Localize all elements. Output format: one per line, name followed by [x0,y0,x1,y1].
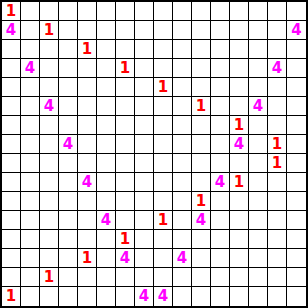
cell-r10c1[interactable] [21,192,40,211]
cell-r3c10[interactable] [192,59,211,78]
cell-r12c4[interactable] [78,230,97,249]
cell-r12c13[interactable] [249,230,268,249]
clue-1: 1 [44,269,54,284]
cell-r5c1[interactable] [21,97,40,116]
cell-r13c1[interactable] [21,249,40,268]
cell-r14c2[interactable]: 1 [40,268,59,287]
cell-r12c6[interactable]: 1 [116,230,135,249]
cell-r10c8[interactable] [154,192,173,211]
cell-r2c6[interactable] [116,40,135,59]
cell-r2c2[interactable] [40,40,59,59]
clue-4: 4 [6,22,16,37]
cell-r7c5[interactable] [97,135,116,154]
cell-r2c13[interactable] [249,40,268,59]
cell-r7c7[interactable] [135,135,154,154]
cell-r11c11[interactable] [211,211,230,230]
cell-r10c4[interactable] [78,192,97,211]
cell-r2c1[interactable] [21,40,40,59]
cell-r7c13[interactable] [249,135,268,154]
cell-r8c0[interactable] [2,154,21,173]
cell-r8c3[interactable] [59,154,78,173]
cell-r10c10[interactable]: 1 [192,192,211,211]
cell-r12c0[interactable] [2,230,21,249]
cell-r6c1[interactable] [21,116,40,135]
clue-1: 1 [6,289,16,304]
cell-r15c14[interactable] [268,287,287,306]
cell-r5c8[interactable] [154,97,173,116]
cell-r9c13[interactable] [249,173,268,192]
cell-r8c14[interactable]: 1 [268,154,287,173]
cell-r9c8[interactable] [154,173,173,192]
cell-r2c8[interactable] [154,40,173,59]
cell-r10c0[interactable] [2,192,21,211]
cell-r14c10[interactable] [192,268,211,287]
clue-4: 4 [272,60,282,75]
cell-r11c6[interactable] [116,211,135,230]
cell-r9c10[interactable] [192,173,211,192]
cell-r4c3[interactable] [59,78,78,97]
cell-r14c7[interactable] [135,268,154,287]
cell-r6c9[interactable] [173,116,192,135]
cell-r1c6[interactable] [116,21,135,40]
clue-4: 4 [82,174,92,189]
clue-1: 1 [158,212,168,227]
cell-r9c11[interactable]: 4 [211,173,230,192]
cell-r7c1[interactable] [21,135,40,154]
cell-r4c8[interactable]: 1 [154,78,173,97]
cell-r10c13[interactable] [249,192,268,211]
cell-r13c0[interactable] [2,249,21,268]
cell-r4c13[interactable] [249,78,268,97]
cell-r5c0[interactable] [2,97,21,116]
cell-r5c2[interactable]: 4 [40,97,59,116]
cell-r13c15[interactable] [287,249,306,268]
cell-r6c0[interactable] [2,116,21,135]
clue-1: 1 [272,136,282,151]
cell-r3c4[interactable] [78,59,97,78]
cell-r6c3[interactable] [59,116,78,135]
cell-r15c8[interactable]: 4 [154,287,173,306]
cell-r11c14[interactable] [268,211,287,230]
cell-r12c8[interactable] [154,230,173,249]
cell-r15c2[interactable] [40,287,59,306]
cell-r3c9[interactable] [173,59,192,78]
cell-r4c0[interactable] [2,78,21,97]
cell-r12c14[interactable] [268,230,287,249]
cell-r3c7[interactable] [135,59,154,78]
cell-r1c10[interactable] [192,21,211,40]
clue-4: 4 [139,289,149,304]
cell-r9c0[interactable] [2,173,21,192]
cell-r4c2[interactable] [40,78,59,97]
cell-r5c5[interactable] [97,97,116,116]
cell-r10c2[interactable] [40,192,59,211]
cell-r7c2[interactable] [40,135,59,154]
cell-r7c15[interactable] [287,135,306,154]
cell-r8c12[interactable] [230,154,249,173]
cell-r13c10[interactable] [192,249,211,268]
cell-r6c7[interactable] [135,116,154,135]
cell-r11c9[interactable] [173,211,192,230]
cell-r5c4[interactable] [78,97,97,116]
cell-r5c3[interactable] [59,97,78,116]
cell-r13c13[interactable] [249,249,268,268]
cell-r3c14[interactable]: 4 [268,59,287,78]
cell-r15c11[interactable] [211,287,230,306]
cell-r4c14[interactable] [268,78,287,97]
cell-r14c4[interactable] [78,268,97,287]
cell-r12c12[interactable] [230,230,249,249]
cell-r14c5[interactable] [97,268,116,287]
cell-r10c6[interactable] [116,192,135,211]
cell-r5c13[interactable]: 4 [249,97,268,116]
cell-r0c7[interactable] [135,2,154,21]
cell-r12c11[interactable] [211,230,230,249]
cell-r12c9[interactable] [173,230,192,249]
cell-r3c12[interactable] [230,59,249,78]
clue-4: 4 [177,250,187,265]
cell-r4c6[interactable] [116,78,135,97]
cell-r6c13[interactable] [249,116,268,135]
clue-1: 1 [6,3,16,18]
cell-r5c11[interactable] [211,97,230,116]
cell-r15c7[interactable]: 4 [135,287,154,306]
cell-r11c3[interactable] [59,211,78,230]
cell-r6c10[interactable] [192,116,211,135]
cell-r5c15[interactable] [287,97,306,116]
cell-r3c1[interactable]: 4 [21,59,40,78]
cell-r11c8[interactable]: 1 [154,211,173,230]
cell-r13c2[interactable] [40,249,59,268]
cell-r10c3[interactable] [59,192,78,211]
cell-r1c8[interactable] [154,21,173,40]
cell-r14c9[interactable] [173,268,192,287]
cell-r6c6[interactable] [116,116,135,135]
cell-r13c7[interactable] [135,249,154,268]
clue-1: 1 [120,60,130,75]
clue-4: 4 [234,136,244,151]
cell-r0c6[interactable] [116,2,135,21]
cell-r1c3[interactable] [59,21,78,40]
cell-r11c13[interactable] [249,211,268,230]
cell-r14c13[interactable] [249,268,268,287]
cell-r14c14[interactable] [268,268,287,287]
cell-r12c1[interactable] [21,230,40,249]
cell-r7c11[interactable] [211,135,230,154]
cell-r8c9[interactable] [173,154,192,173]
clue-4: 4 [253,98,263,113]
cell-r5c14[interactable] [268,97,287,116]
cell-r15c4[interactable] [78,287,97,306]
cell-r3c13[interactable] [249,59,268,78]
cell-r15c3[interactable] [59,287,78,306]
cell-r8c6[interactable] [116,154,135,173]
cell-r1c14[interactable] [268,21,287,40]
cell-r0c13[interactable] [249,2,268,21]
cell-r13c4[interactable]: 1 [78,249,97,268]
cell-r13c3[interactable] [59,249,78,268]
cell-r7c14[interactable]: 1 [268,135,287,154]
clue-1: 1 [196,193,206,208]
cell-r10c7[interactable] [135,192,154,211]
cell-r13c11[interactable] [211,249,230,268]
cell-r1c1[interactable] [21,21,40,40]
cell-r10c12[interactable] [230,192,249,211]
cell-r13c8[interactable] [154,249,173,268]
clue-4: 4 [44,98,54,113]
cell-r8c10[interactable] [192,154,211,173]
cell-r2c4[interactable]: 1 [78,40,97,59]
cell-r7c3[interactable]: 4 [59,135,78,154]
cell-r8c7[interactable] [135,154,154,173]
clue-4: 4 [25,60,35,75]
cell-r15c0[interactable]: 1 [2,287,21,306]
clue-1: 1 [158,79,168,94]
clue-4: 4 [101,212,111,227]
cell-r2c9[interactable] [173,40,192,59]
cell-r0c12[interactable] [230,2,249,21]
cell-r0c11[interactable] [211,2,230,21]
clue-4: 4 [158,289,168,304]
cell-r5c6[interactable] [116,97,135,116]
clue-4: 4 [196,212,206,227]
cell-r1c7[interactable] [135,21,154,40]
cell-r11c10[interactable]: 4 [192,211,211,230]
cell-r1c9[interactable] [173,21,192,40]
clue-1: 1 [196,98,206,113]
cell-r4c9[interactable] [173,78,192,97]
cell-r3c3[interactable] [59,59,78,78]
cell-r0c9[interactable] [173,2,192,21]
cell-r6c8[interactable] [154,116,173,135]
cell-r7c12[interactable]: 4 [230,135,249,154]
cell-r1c11[interactable] [211,21,230,40]
puzzle-board: 14141414141414411441141411441144 [0,0,308,308]
cell-r7c8[interactable] [154,135,173,154]
cell-r3c15[interactable] [287,59,306,78]
cell-r11c4[interactable] [78,211,97,230]
cell-r2c14[interactable] [268,40,287,59]
cell-r4c15[interactable] [287,78,306,97]
cell-r10c14[interactable] [268,192,287,211]
cell-r0c14[interactable] [268,2,287,21]
cell-r1c12[interactable] [230,21,249,40]
cell-r11c2[interactable] [40,211,59,230]
cell-r4c4[interactable] [78,78,97,97]
cell-r2c12[interactable] [230,40,249,59]
cell-r8c8[interactable] [154,154,173,173]
cell-r4c11[interactable] [211,78,230,97]
cell-r6c4[interactable] [78,116,97,135]
cell-r14c0[interactable] [2,268,21,287]
cell-r9c4[interactable]: 4 [78,173,97,192]
cell-r12c3[interactable] [59,230,78,249]
cell-r8c15[interactable] [287,154,306,173]
cell-r7c0[interactable] [2,135,21,154]
clue-1: 1 [234,174,244,189]
cell-r0c1[interactable] [21,2,40,21]
cell-r9c15[interactable] [287,173,306,192]
cell-r6c11[interactable] [211,116,230,135]
cell-r0c15[interactable] [287,2,306,21]
clue-4: 4 [63,136,73,151]
clue-4: 4 [291,22,301,37]
cell-r9c5[interactable] [97,173,116,192]
cell-r2c5[interactable] [97,40,116,59]
cell-r15c13[interactable] [249,287,268,306]
cell-r14c6[interactable] [116,268,135,287]
cell-r6c15[interactable] [287,116,306,135]
cell-r13c12[interactable] [230,249,249,268]
cell-r7c10[interactable] [192,135,211,154]
cell-r15c6[interactable] [116,287,135,306]
cell-r11c0[interactable] [2,211,21,230]
cell-r15c15[interactable] [287,287,306,306]
cell-r3c5[interactable] [97,59,116,78]
cell-r9c2[interactable] [40,173,59,192]
cell-r11c12[interactable] [230,211,249,230]
cell-r8c5[interactable] [97,154,116,173]
cell-r9c6[interactable] [116,173,135,192]
cell-r14c15[interactable] [287,268,306,287]
cell-r11c5[interactable]: 4 [97,211,116,230]
cell-r9c7[interactable] [135,173,154,192]
cell-r7c4[interactable] [78,135,97,154]
cell-r6c2[interactable] [40,116,59,135]
cell-r13c6[interactable]: 4 [116,249,135,268]
cell-r6c12[interactable]: 1 [230,116,249,135]
cell-r10c5[interactable] [97,192,116,211]
cell-r1c13[interactable] [249,21,268,40]
cell-r6c5[interactable] [97,116,116,135]
cell-r9c3[interactable] [59,173,78,192]
cell-r12c10[interactable] [192,230,211,249]
cell-r14c8[interactable] [154,268,173,287]
clue-1: 1 [272,155,282,170]
cell-r1c2[interactable]: 1 [40,21,59,40]
cell-r3c11[interactable] [211,59,230,78]
clue-1: 1 [82,250,92,265]
clue-1: 1 [120,231,130,246]
cell-r15c10[interactable] [192,287,211,306]
cell-r8c11[interactable] [211,154,230,173]
cell-r4c5[interactable] [97,78,116,97]
cell-r5c10[interactable]: 1 [192,97,211,116]
cell-r3c0[interactable] [2,59,21,78]
cell-r0c10[interactable] [192,2,211,21]
cell-r0c5[interactable] [97,2,116,21]
cell-r1c0[interactable]: 4 [2,21,21,40]
cell-r5c12[interactable] [230,97,249,116]
clue-1: 1 [82,41,92,56]
cell-r10c11[interactable] [211,192,230,211]
cell-r14c12[interactable] [230,268,249,287]
cell-r8c1[interactable] [21,154,40,173]
cell-r2c11[interactable] [211,40,230,59]
cell-r9c9[interactable] [173,173,192,192]
cell-r2c0[interactable] [2,40,21,59]
cell-r8c2[interactable] [40,154,59,173]
cell-r9c14[interactable] [268,173,287,192]
cell-r14c1[interactable] [21,268,40,287]
cell-r9c12[interactable]: 1 [230,173,249,192]
cell-r13c5[interactable] [97,249,116,268]
clue-4: 4 [215,174,225,189]
cell-r1c15[interactable]: 4 [287,21,306,40]
cell-r0c8[interactable] [154,2,173,21]
cell-r8c4[interactable] [78,154,97,173]
cell-r1c5[interactable] [97,21,116,40]
cell-r7c6[interactable] [116,135,135,154]
cell-r14c3[interactable] [59,268,78,287]
cell-r13c9[interactable]: 4 [173,249,192,268]
cell-r12c5[interactable] [97,230,116,249]
cell-r10c15[interactable] [287,192,306,211]
cell-r11c15[interactable] [287,211,306,230]
cell-r5c9[interactable] [173,97,192,116]
cell-r3c2[interactable] [40,59,59,78]
cell-r4c10[interactable] [192,78,211,97]
cell-r4c7[interactable] [135,78,154,97]
cell-r3c6[interactable]: 1 [116,59,135,78]
cell-r4c12[interactable] [230,78,249,97]
cell-r11c7[interactable] [135,211,154,230]
cell-r5c7[interactable] [135,97,154,116]
clue-1: 1 [234,117,244,132]
cell-r2c3[interactable] [59,40,78,59]
cell-r7c9[interactable] [173,135,192,154]
cell-r1c4[interactable] [78,21,97,40]
cell-r0c0[interactable]: 1 [2,2,21,21]
cell-r10c9[interactable] [173,192,192,211]
cell-r4c1[interactable] [21,78,40,97]
cell-r12c2[interactable] [40,230,59,249]
cell-r15c9[interactable] [173,287,192,306]
clue-1: 1 [44,22,54,37]
cell-r2c7[interactable] [135,40,154,59]
cell-r13c14[interactable] [268,249,287,268]
cell-r14c11[interactable] [211,268,230,287]
cell-r12c15[interactable] [287,230,306,249]
cell-r9c1[interactable] [21,173,40,192]
cell-r3c8[interactable] [154,59,173,78]
cell-r0c4[interactable] [78,2,97,21]
cell-r15c12[interactable] [230,287,249,306]
cell-r6c14[interactable] [268,116,287,135]
cell-r15c5[interactable] [97,287,116,306]
cell-r8c13[interactable] [249,154,268,173]
cell-r11c1[interactable] [21,211,40,230]
cell-r2c15[interactable] [287,40,306,59]
cell-r12c7[interactable] [135,230,154,249]
cell-r2c10[interactable] [192,40,211,59]
cell-r0c2[interactable] [40,2,59,21]
cell-r0c3[interactable] [59,2,78,21]
cell-r15c1[interactable] [21,287,40,306]
clue-4: 4 [120,250,130,265]
